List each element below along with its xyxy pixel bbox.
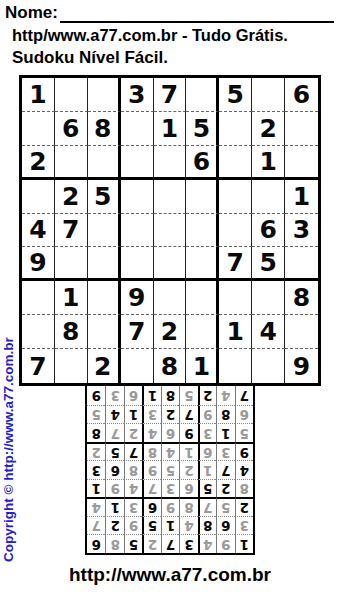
puzzle-cell[interactable]: 8 bbox=[55, 315, 88, 349]
puzzle-cell[interactable] bbox=[121, 112, 154, 146]
solution-cell: 4 bbox=[105, 405, 123, 424]
puzzle-cell[interactable]: 2 bbox=[252, 112, 285, 146]
puzzle-cell[interactable]: 2 bbox=[55, 180, 88, 214]
solution-cell: 2 bbox=[87, 442, 105, 461]
puzzle-cell[interactable] bbox=[252, 349, 285, 383]
puzzle-cell[interactable] bbox=[55, 247, 88, 281]
sudoku-printable-page: Nome: http/www.a77.com.br - Tudo Grátis.… bbox=[0, 0, 340, 596]
puzzle-cell[interactable] bbox=[22, 315, 55, 349]
puzzle-cell[interactable]: 1 bbox=[154, 112, 187, 146]
solution-cell: 9 bbox=[142, 460, 160, 479]
solution-cell: 5 bbox=[235, 423, 253, 442]
puzzle-cell[interactable] bbox=[285, 315, 318, 349]
solution-cell: 6 bbox=[142, 497, 160, 516]
puzzle-grid: 137566815226125147639751988721472819 bbox=[19, 75, 321, 386]
solution-cell: 5 bbox=[179, 386, 197, 405]
solution-cell: 7 bbox=[105, 423, 123, 442]
puzzle-cell[interactable]: 7 bbox=[219, 247, 252, 281]
puzzle-cell[interactable] bbox=[88, 281, 121, 315]
solution-cell: 3 bbox=[179, 534, 197, 553]
solution-cell: 2 bbox=[142, 534, 160, 553]
puzzle-cell[interactable]: 6 bbox=[186, 146, 219, 180]
solution-cell: 3 bbox=[161, 479, 179, 498]
solution-cell: 1 bbox=[161, 516, 179, 535]
solution-cell: 8 bbox=[235, 479, 253, 498]
solution-cell: 8 bbox=[198, 516, 216, 535]
puzzle-cell[interactable] bbox=[219, 281, 252, 315]
puzzle-cell[interactable]: 1 bbox=[285, 180, 318, 214]
solution-cell: 7 bbox=[235, 386, 253, 405]
solution-cell: 6 bbox=[198, 442, 216, 461]
puzzle-cell[interactable] bbox=[285, 112, 318, 146]
page-header: Nome: http/www.a77.com.br - Tudo Grátis.… bbox=[0, 0, 340, 68]
puzzle-cell[interactable]: 2 bbox=[22, 146, 55, 180]
solution-cell: 8 bbox=[142, 442, 160, 461]
solution-cell: 1 bbox=[235, 534, 253, 553]
solution-cell: 8 bbox=[124, 460, 142, 479]
solution-cell: 2 bbox=[179, 460, 197, 479]
puzzle-cell[interactable]: 3 bbox=[285, 214, 318, 248]
solution-cell: 3 bbox=[216, 442, 234, 461]
puzzle-cell[interactable] bbox=[154, 281, 187, 315]
solution-cell: 7 bbox=[161, 534, 179, 553]
solution-cell: 2 bbox=[161, 405, 179, 424]
solution-cell: 2 bbox=[105, 516, 123, 535]
puzzle-cell[interactable] bbox=[154, 214, 187, 248]
puzzle-cell[interactable]: 6 bbox=[252, 214, 285, 248]
solution-cell: 7 bbox=[87, 516, 105, 535]
solution-cell: 3 bbox=[198, 423, 216, 442]
solution-cell: 9 bbox=[235, 442, 253, 461]
solution-cell: 5 bbox=[161, 460, 179, 479]
puzzle-cell[interactable] bbox=[219, 349, 252, 383]
difficulty-title: Sudoku Nível Fácil. bbox=[12, 48, 340, 68]
solution-cell: 6 bbox=[124, 386, 142, 405]
puzzle-cell[interactable]: 2 bbox=[154, 315, 187, 349]
puzzle-cell[interactable] bbox=[252, 180, 285, 214]
solution-cell: 6 bbox=[87, 534, 105, 553]
puzzle-cell[interactable] bbox=[88, 247, 121, 281]
puzzle-cell[interactable] bbox=[121, 180, 154, 214]
puzzle-cell[interactable]: 8 bbox=[154, 349, 187, 383]
puzzle-cell[interactable]: 1 bbox=[186, 349, 219, 383]
name-label: Nome: bbox=[5, 3, 58, 23]
solution-cell: 5 bbox=[105, 442, 123, 461]
puzzle-cell[interactable] bbox=[219, 180, 252, 214]
puzzle-cell[interactable]: 7 bbox=[22, 349, 55, 383]
puzzle-cell[interactable] bbox=[219, 146, 252, 180]
copyright-vertical-text: Copyright © http://www.a77.com.br bbox=[1, 84, 16, 562]
solution-cell: 6 bbox=[105, 460, 123, 479]
puzzle-cell[interactable]: 1 bbox=[22, 78, 55, 112]
solution-cell: 7 bbox=[216, 460, 234, 479]
solution-cell: 8 bbox=[179, 497, 197, 516]
solution-cell: 4 bbox=[87, 497, 105, 516]
puzzle-cell[interactable]: 5 bbox=[252, 247, 285, 281]
solution-cell: 3 bbox=[105, 386, 123, 405]
solution-cell: 5 bbox=[216, 497, 234, 516]
puzzle-cell[interactable] bbox=[186, 247, 219, 281]
puzzle-cell[interactable] bbox=[22, 281, 55, 315]
puzzle-cell[interactable]: 4 bbox=[22, 214, 55, 248]
solution-cell: 3 bbox=[235, 516, 253, 535]
solution-cell: 8 bbox=[105, 534, 123, 553]
solution-cell: 9 bbox=[216, 534, 234, 553]
puzzle-cell[interactable]: 5 bbox=[88, 180, 121, 214]
footer-url: http://www.a77.com.br bbox=[0, 564, 340, 586]
solution-cell: 6 bbox=[235, 405, 253, 424]
puzzle-cell[interactable] bbox=[252, 281, 285, 315]
solution-cell: 3 bbox=[142, 405, 160, 424]
solution-cell: 4 bbox=[235, 460, 253, 479]
solution-cell: 9 bbox=[105, 479, 123, 498]
puzzle-cell[interactable]: 1 bbox=[55, 281, 88, 315]
puzzle-cell[interactable]: 5 bbox=[219, 78, 252, 112]
puzzle-cell[interactable] bbox=[121, 214, 154, 248]
puzzle-cell[interactable]: 1 bbox=[252, 146, 285, 180]
solution-cell: 4 bbox=[161, 442, 179, 461]
solution-cell: 4 bbox=[216, 386, 234, 405]
solution-cell: 2 bbox=[124, 423, 142, 442]
solution-cell: 7 bbox=[124, 442, 142, 461]
puzzle-cell[interactable] bbox=[22, 112, 55, 146]
solution-cell: 8 bbox=[161, 386, 179, 405]
puzzle-cell[interactable] bbox=[154, 180, 187, 214]
solution-cell: 7 bbox=[198, 497, 216, 516]
puzzle-cell[interactable] bbox=[121, 146, 154, 180]
solution-cell: 2 bbox=[216, 479, 234, 498]
puzzle-cell[interactable]: 6 bbox=[55, 112, 88, 146]
puzzle-cell[interactable] bbox=[154, 146, 187, 180]
solution-cell: 1 bbox=[124, 405, 142, 424]
solution-grid-upside-down: 1943725863684159272578963148256374914712… bbox=[85, 384, 255, 555]
solution-cell: 9 bbox=[198, 405, 216, 424]
solution-cell: 2 bbox=[198, 386, 216, 405]
site-title: http/www.a77.com.br - Tudo Grátis. bbox=[12, 26, 340, 45]
puzzle-cell[interactable]: 7 bbox=[154, 78, 187, 112]
puzzle-cell[interactable]: 5 bbox=[186, 112, 219, 146]
puzzle-cell[interactable]: 7 bbox=[55, 214, 88, 248]
puzzle-cell[interactable] bbox=[88, 78, 121, 112]
puzzle-cell[interactable]: 9 bbox=[285, 349, 318, 383]
puzzle-cell[interactable]: 8 bbox=[88, 112, 121, 146]
puzzle-cell[interactable]: 9 bbox=[121, 281, 154, 315]
solution-cell: 4 bbox=[198, 534, 216, 553]
name-blank-line bbox=[60, 5, 334, 23]
solution-cell: 6 bbox=[179, 479, 197, 498]
puzzle-cell[interactable] bbox=[154, 247, 187, 281]
solution-cell: 9 bbox=[87, 386, 105, 405]
puzzle-cell[interactable] bbox=[186, 214, 219, 248]
solution-cell: 8 bbox=[87, 423, 105, 442]
puzzle-cell[interactable] bbox=[186, 78, 219, 112]
puzzle-cell[interactable] bbox=[186, 315, 219, 349]
solution-cell: 1 bbox=[142, 386, 160, 405]
puzzle-cell[interactable]: 7 bbox=[121, 315, 154, 349]
solution-cell: 4 bbox=[124, 479, 142, 498]
puzzle-cell[interactable] bbox=[55, 78, 88, 112]
puzzle-cell[interactable]: 3 bbox=[121, 78, 154, 112]
puzzle-cell[interactable]: 4 bbox=[252, 315, 285, 349]
solution-cell: 1 bbox=[216, 423, 234, 442]
solution-cell: 1 bbox=[105, 497, 123, 516]
puzzle-cell[interactable] bbox=[186, 281, 219, 315]
solution-cell: 1 bbox=[87, 479, 105, 498]
puzzle-cell[interactable] bbox=[121, 247, 154, 281]
solution-cell: 1 bbox=[198, 460, 216, 479]
puzzle-cell[interactable] bbox=[88, 315, 121, 349]
puzzle-cell[interactable]: 9 bbox=[22, 247, 55, 281]
solution-cell: 9 bbox=[124, 516, 142, 535]
solution-cell: 3 bbox=[87, 460, 105, 479]
puzzle-cell[interactable] bbox=[88, 146, 121, 180]
solution-cell: 8 bbox=[216, 405, 234, 424]
solution-cell: 2 bbox=[235, 497, 253, 516]
solution-cell: 5 bbox=[142, 516, 160, 535]
solution-cell: 9 bbox=[179, 423, 197, 442]
solution-cell: 1 bbox=[179, 442, 197, 461]
puzzle-cell[interactable] bbox=[219, 214, 252, 248]
solution-cell: 6 bbox=[216, 516, 234, 535]
solution-cell: 4 bbox=[142, 423, 160, 442]
solution-cell: 7 bbox=[142, 479, 160, 498]
puzzle-cell[interactable] bbox=[121, 349, 154, 383]
puzzle-cell[interactable]: 8 bbox=[285, 281, 318, 315]
solution-cell: 3 bbox=[124, 497, 142, 516]
solution-cell: 7 bbox=[179, 405, 197, 424]
puzzle-cell[interactable] bbox=[285, 247, 318, 281]
puzzle-cell[interactable] bbox=[186, 180, 219, 214]
puzzle-cell[interactable] bbox=[252, 78, 285, 112]
solution-cell: 6 bbox=[161, 423, 179, 442]
solution-cell: 5 bbox=[198, 479, 216, 498]
puzzle-cell[interactable] bbox=[285, 146, 318, 180]
puzzle-cell[interactable] bbox=[55, 349, 88, 383]
puzzle-cell[interactable]: 2 bbox=[88, 349, 121, 383]
puzzle-cell[interactable]: 1 bbox=[219, 315, 252, 349]
puzzle-cell[interactable] bbox=[55, 146, 88, 180]
solution-cell: 5 bbox=[124, 534, 142, 553]
solution-cell: 4 bbox=[179, 516, 197, 535]
name-row: Nome: bbox=[5, 3, 335, 23]
solution-cell: 5 bbox=[87, 405, 105, 424]
puzzle-cell[interactable] bbox=[22, 180, 55, 214]
puzzle-cell[interactable] bbox=[219, 112, 252, 146]
puzzle-cell[interactable] bbox=[88, 214, 121, 248]
solution-cell: 9 bbox=[161, 497, 179, 516]
puzzle-cell[interactable]: 6 bbox=[285, 78, 318, 112]
